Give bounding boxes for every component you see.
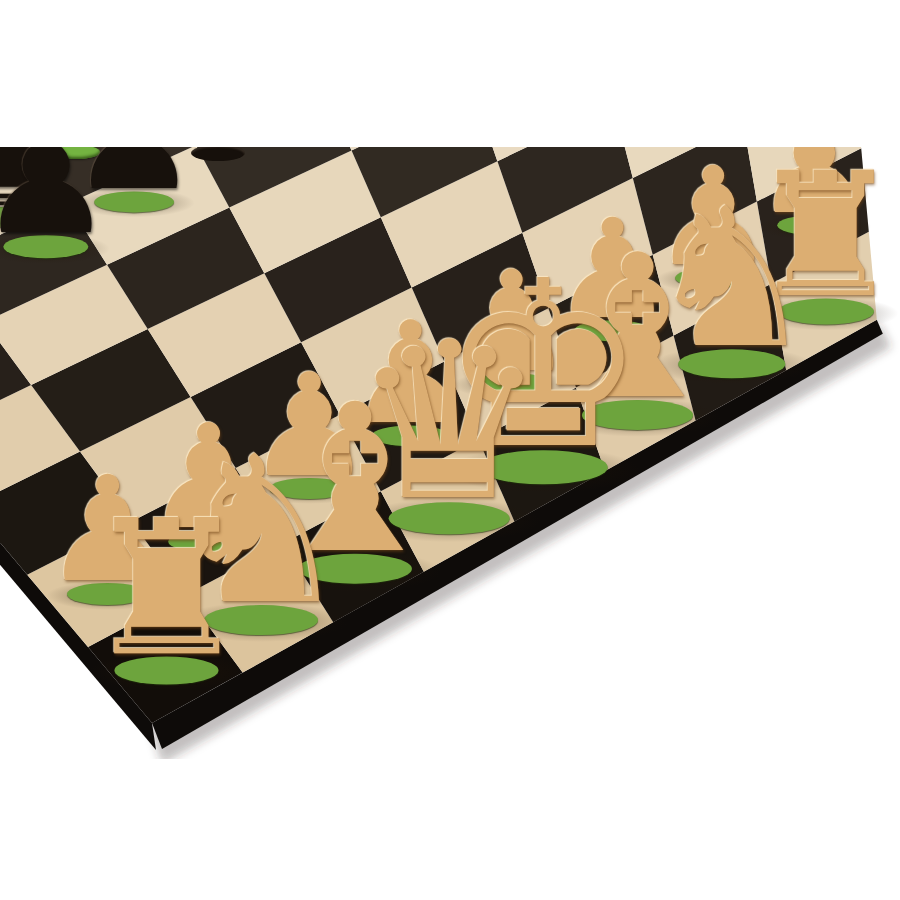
black-pawn-fragment-1: ♟ [0, 147, 114, 256]
black-piece-base-sliver [191, 147, 245, 161]
photo-band: ♟♜♟♟♟♜♟♞♟♝♟♚♟♛♟♝♟♞♜ [0, 147, 900, 759]
white-rook-a1: ♜ [83, 495, 250, 681]
chess-set-product-photo: ♟♜♟♟♟♜♟♞♟♝♟♚♟♛♟♝♟♞♜ [0, 0, 900, 900]
pieces-layer: ♟♜♟♟♟♜♟♞♟♝♟♚♟♛♟♝♟♞♜ [0, 147, 900, 759]
